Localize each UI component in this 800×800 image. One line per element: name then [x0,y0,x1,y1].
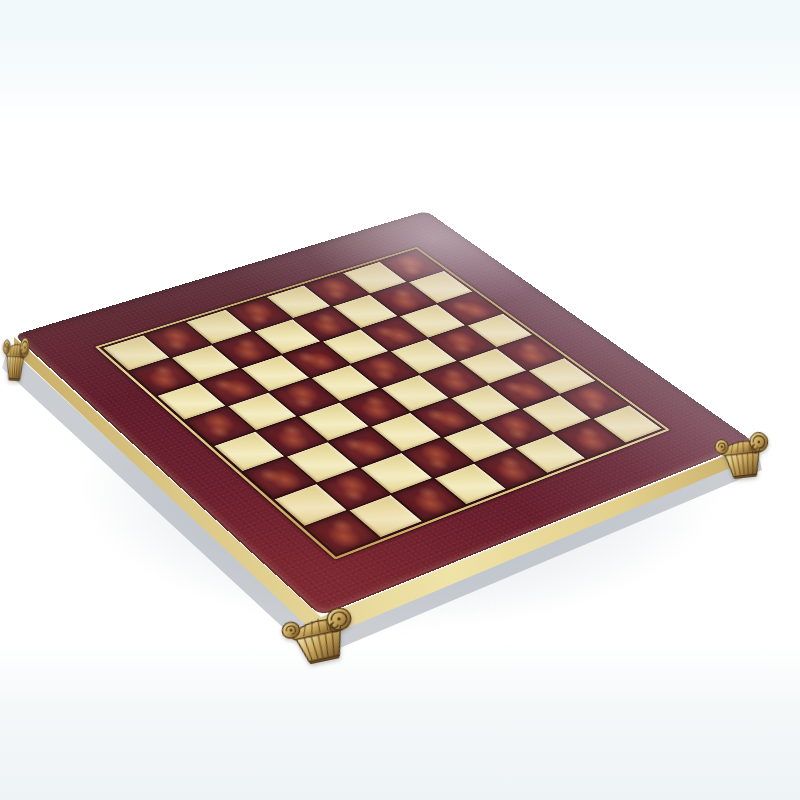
board-foot-left [0,330,30,382]
product-photo-backdrop [0,0,800,800]
scroll-volute-icon [714,432,771,481]
board-foot-right [712,425,773,481]
scroll-volute-icon [1,336,29,381]
